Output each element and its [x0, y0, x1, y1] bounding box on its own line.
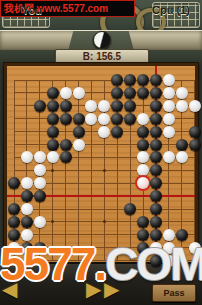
stone-black: [124, 203, 136, 215]
stone-black: [73, 126, 85, 138]
star-point: [51, 169, 54, 172]
stone-white: [34, 177, 46, 189]
player-cpu-label: Cpu (1): [152, 0, 190, 20]
stone-black: [34, 242, 46, 254]
stone-black: [47, 126, 59, 138]
star-point: [103, 169, 106, 172]
stone-black: [150, 139, 162, 151]
stone-white: [163, 151, 175, 163]
stone-black: [137, 87, 149, 99]
stone-black: [176, 139, 188, 151]
stone-white: [98, 113, 110, 125]
stone-white: [137, 151, 149, 163]
stone-black: [176, 229, 188, 241]
stone-white: [21, 229, 33, 241]
stone-black: [60, 100, 72, 112]
stone-black: [150, 151, 162, 163]
stone-white: [34, 216, 46, 228]
stone-black: [137, 74, 149, 86]
stone-black: [150, 177, 162, 189]
stone-black: [111, 74, 123, 86]
stone-black: [150, 87, 162, 99]
stone-black: [111, 113, 123, 125]
stone-black: [150, 100, 162, 112]
stone-black: [124, 74, 136, 86]
stone-white: [98, 100, 110, 112]
stone-white: [163, 126, 175, 138]
stone-white: [85, 100, 97, 112]
stone-white: [73, 87, 85, 99]
stone-black: [21, 190, 33, 202]
stone-black: [150, 164, 162, 176]
stone-black: [8, 216, 20, 228]
stone-black: [150, 126, 162, 138]
bottom-toolbar: ◀ ▶ ▶ Pass: [0, 262, 202, 305]
go-board[interactable]: [4, 63, 198, 265]
app-screen: 我机网 www.5577.com You Cpu (1) B: 156.5 ◀ …: [0, 0, 202, 305]
stone-black: [21, 242, 33, 254]
stone-white: [137, 113, 149, 125]
stone-white: [137, 177, 149, 189]
stone-white: [137, 164, 149, 176]
back-arrow-button[interactable]: ◀: [2, 278, 17, 300]
stone-black: [47, 100, 59, 112]
stone-black: [8, 177, 20, 189]
stone-white: [163, 229, 175, 241]
forward-arrow-button[interactable]: ▶: [86, 278, 101, 300]
player-you-label: You: [22, 0, 42, 20]
stone-black: [124, 100, 136, 112]
stone-white: [21, 203, 33, 215]
stone-white: [176, 100, 188, 112]
stone-black: [111, 87, 123, 99]
stone-white: [60, 87, 72, 99]
stone-black: [111, 100, 123, 112]
stone-black: [73, 113, 85, 125]
stone-black: [189, 126, 201, 138]
stone-white: [150, 242, 162, 254]
stone-black: [189, 139, 201, 151]
stone-black: [150, 229, 162, 241]
stone-black: [137, 139, 149, 151]
stone-black: [34, 100, 46, 112]
star-point: [103, 220, 106, 223]
stone-white: [189, 242, 201, 254]
stone-black: [150, 216, 162, 228]
stone-black: [137, 216, 149, 228]
stone-white: [163, 87, 175, 99]
stone-white: [34, 164, 46, 176]
stone-black: [150, 74, 162, 86]
stone-white: [163, 113, 175, 125]
stone-black: [111, 126, 123, 138]
stone-black: [47, 139, 59, 151]
stone-white: [176, 151, 188, 163]
stone-white: [163, 255, 175, 267]
pass-button[interactable]: Pass: [152, 284, 196, 302]
star-point: [51, 220, 54, 223]
stone-white: [163, 242, 175, 254]
stone-black: [150, 190, 162, 202]
forward-arrow-button-2[interactable]: ▶: [104, 278, 119, 300]
stone-white: [73, 139, 85, 151]
stone-black: [60, 113, 72, 125]
stone-black: [137, 242, 149, 254]
stone-white: [163, 100, 175, 112]
stone-black: [8, 229, 20, 241]
stone-black: [21, 216, 33, 228]
stone-black: [8, 203, 20, 215]
stone-white: [163, 74, 175, 86]
stone-black: [124, 113, 136, 125]
stone-white: [85, 113, 97, 125]
stone-white: [98, 126, 110, 138]
stone-black: [137, 229, 149, 241]
stone-black: [47, 113, 59, 125]
stone-black: [124, 87, 136, 99]
stone-white: [21, 177, 33, 189]
stone-black: [34, 190, 46, 202]
stone-white: [8, 242, 20, 254]
stone-white: [34, 151, 46, 163]
stone-white: [189, 100, 201, 112]
stone-black: [150, 203, 162, 215]
ad-banner[interactable]: 我机网 www.5577.com: [0, 0, 135, 17]
stone-white: [176, 87, 188, 99]
stone-black: [60, 139, 72, 151]
turn-stone-icon: [93, 31, 111, 49]
stone-black: [137, 126, 149, 138]
stone-black: [60, 151, 72, 163]
stone-white: [47, 151, 59, 163]
stone-white: [21, 151, 33, 163]
stone-black: [150, 113, 162, 125]
stone-black: [150, 255, 162, 267]
stone-black: [47, 87, 59, 99]
